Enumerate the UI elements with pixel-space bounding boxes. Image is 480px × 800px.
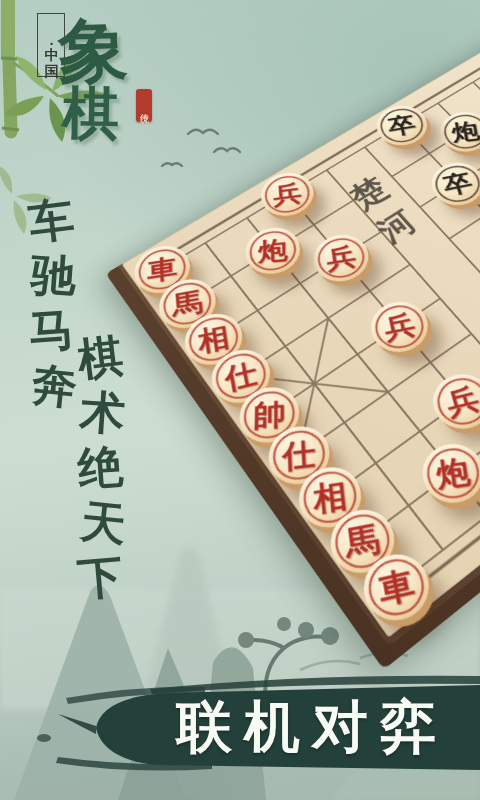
piece-red-兵: 兵 (427, 368, 480, 434)
piece-red-兵: 兵 (311, 231, 372, 285)
piece-red-炮: 炮 (246, 225, 301, 275)
title-char-qi: 棋 (62, 84, 120, 142)
online-match-label: 联机对弈 (152, 696, 472, 758)
slogan-char: 天 (78, 494, 128, 553)
piece-black-炮: 炮 (438, 109, 480, 154)
slogan-char: 下 (76, 549, 126, 608)
slogan-column-2: 棋术绝天下 (78, 331, 123, 605)
slogan-column-1: 车驰马奔 (29, 194, 74, 414)
piece-red-炮: 炮 (419, 440, 480, 506)
slogan-char: 棋 (75, 328, 126, 388)
title-char-xiang: 象 (57, 15, 129, 87)
online-match-button[interactable]: 联机对弈 (0, 668, 480, 800)
slogan-char: 绝 (76, 439, 125, 497)
slogan-char: 术 (78, 385, 127, 443)
slogan-char: 车 (26, 191, 77, 251)
app-logo: 中·国 象 棋 传统 (0, 0, 220, 220)
slogan-char: 奔 (29, 357, 79, 416)
slogan-char: 驰 (29, 248, 78, 306)
country-label: 中·国 (44, 36, 58, 54)
piece-black-卒: 卒 (427, 158, 480, 209)
tradition-seal: 传统 (136, 89, 152, 122)
slogan-char: 马 (27, 302, 76, 360)
piece-red-兵: 兵 (367, 297, 433, 357)
